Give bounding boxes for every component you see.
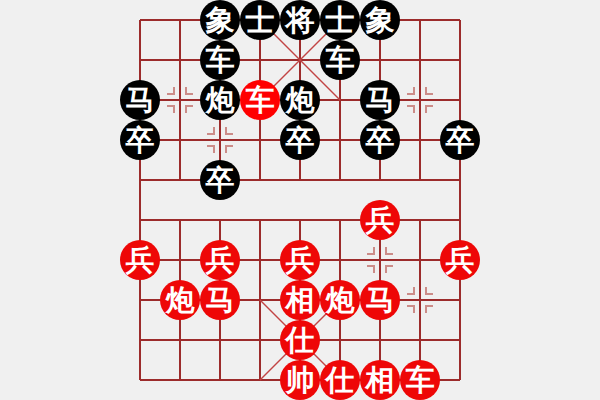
piece-red-chariot[interactable]: 车	[240, 80, 280, 120]
piece-red-pawn[interactable]: 兵	[200, 240, 240, 280]
piece-red-elephant[interactable]: 相	[280, 280, 320, 320]
piece-black-cannon[interactable]: 炮	[280, 80, 320, 120]
piece-black-elephant[interactable]: 象	[200, 0, 240, 40]
piece-black-pawn[interactable]: 卒	[440, 120, 480, 160]
piece-black-king[interactable]: 将	[280, 0, 320, 40]
piece-red-king[interactable]: 帅	[280, 360, 320, 400]
piece-red-pawn[interactable]: 兵	[280, 240, 320, 280]
piece-red-advisor[interactable]: 仕	[280, 320, 320, 360]
piece-red-pawn[interactable]: 兵	[440, 240, 480, 280]
piece-black-pawn[interactable]: 卒	[280, 120, 320, 160]
piece-red-pawn[interactable]: 兵	[120, 240, 160, 280]
piece-black-pawn[interactable]: 卒	[120, 120, 160, 160]
piece-black-horse[interactable]: 马	[120, 80, 160, 120]
piece-red-elephant[interactable]: 相	[360, 360, 400, 400]
piece-red-horse[interactable]: 马	[360, 280, 400, 320]
piece-red-cannon[interactable]: 炮	[160, 280, 200, 320]
piece-red-advisor[interactable]: 仕	[320, 360, 360, 400]
screenshot-root: 象士将士象车车马炮车炮马卒卒卒卒卒兵兵兵兵兵炮马相炮马仕帅仕相车	[0, 0, 600, 400]
piece-black-pawn[interactable]: 卒	[360, 120, 400, 160]
piece-black-cannon[interactable]: 炮	[200, 80, 240, 120]
piece-black-horse[interactable]: 马	[360, 80, 400, 120]
xiangqi-board[interactable]: 象士将士象车车马炮车炮马卒卒卒卒卒兵兵兵兵兵炮马相炮马仕帅仕相车	[120, 0, 480, 400]
piece-red-chariot[interactable]: 车	[400, 360, 440, 400]
piece-black-advisor[interactable]: 士	[240, 0, 280, 40]
piece-black-advisor[interactable]: 士	[320, 0, 360, 40]
piece-black-elephant[interactable]: 象	[360, 0, 400, 40]
piece-black-pawn[interactable]: 卒	[200, 160, 240, 200]
piece-black-chariot[interactable]: 车	[320, 40, 360, 80]
piece-red-pawn[interactable]: 兵	[360, 200, 400, 240]
piece-black-chariot[interactable]: 车	[200, 40, 240, 80]
piece-red-cannon[interactable]: 炮	[320, 280, 360, 320]
piece-red-horse[interactable]: 马	[200, 280, 240, 320]
